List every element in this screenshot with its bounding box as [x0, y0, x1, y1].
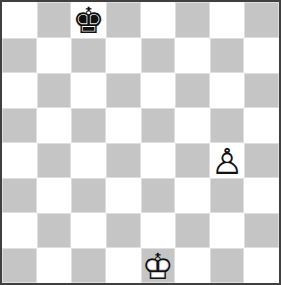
square-a3[interactable] [2, 178, 37, 213]
square-d6[interactable] [106, 73, 141, 108]
square-h8[interactable] [244, 2, 279, 38]
square-c6[interactable] [71, 73, 106, 108]
square-e2[interactable] [141, 213, 176, 248]
square-g7[interactable] [210, 38, 245, 73]
square-g5[interactable] [210, 108, 245, 143]
square-b1[interactable] [37, 248, 72, 283]
square-g1[interactable] [210, 248, 245, 283]
white-pawn-outline: ♙ [210, 144, 245, 179]
square-f1[interactable] [175, 248, 210, 283]
square-c8[interactable]: ♚ [71, 2, 106, 38]
square-d7[interactable] [106, 38, 141, 73]
square-b4[interactable] [37, 143, 72, 178]
square-f5[interactable] [175, 108, 210, 143]
square-f8[interactable] [175, 2, 210, 38]
white-pawn[interactable]: ♟♙ [210, 144, 245, 179]
square-c5[interactable] [71, 108, 106, 143]
square-g8[interactable] [210, 2, 245, 38]
square-e4[interactable] [141, 143, 176, 178]
square-b3[interactable] [37, 178, 72, 213]
square-f6[interactable] [175, 73, 210, 108]
square-a2[interactable] [2, 213, 37, 248]
square-b2[interactable] [37, 213, 72, 248]
square-a4[interactable] [2, 143, 37, 178]
square-f3[interactable] [175, 178, 210, 213]
square-e7[interactable] [141, 38, 176, 73]
square-g4[interactable]: ♟♙ [210, 143, 245, 178]
square-e1[interactable]: ♚♔ [141, 248, 176, 283]
square-h6[interactable] [244, 73, 279, 108]
square-e3[interactable] [141, 178, 176, 213]
black-king[interactable]: ♚ [71, 3, 106, 39]
chess-diagram: ♚♟♙♚♔ [0, 0, 281, 285]
square-d4[interactable] [106, 143, 141, 178]
square-c7[interactable] [71, 38, 106, 73]
square-b6[interactable] [37, 73, 72, 108]
square-d5[interactable] [106, 108, 141, 143]
square-d2[interactable] [106, 213, 141, 248]
square-c1[interactable] [71, 248, 106, 283]
square-a1[interactable] [2, 248, 37, 283]
square-g3[interactable] [210, 178, 245, 213]
square-c2[interactable] [71, 213, 106, 248]
square-b7[interactable] [37, 38, 72, 73]
square-h3[interactable] [244, 178, 279, 213]
square-g2[interactable] [210, 213, 245, 248]
square-e5[interactable] [141, 108, 176, 143]
square-h2[interactable] [244, 213, 279, 248]
square-e6[interactable] [141, 73, 176, 108]
square-d8[interactable] [106, 2, 141, 38]
square-h5[interactable] [244, 108, 279, 143]
square-c4[interactable] [71, 143, 106, 178]
square-d3[interactable] [106, 178, 141, 213]
square-e8[interactable] [141, 2, 176, 38]
square-a8[interactable] [2, 2, 37, 38]
square-a7[interactable] [2, 38, 37, 73]
white-king-outline: ♔ [141, 249, 176, 284]
square-g6[interactable] [210, 73, 245, 108]
square-d1[interactable] [106, 248, 141, 283]
square-a6[interactable] [2, 73, 37, 108]
square-f4[interactable] [175, 143, 210, 178]
square-b8[interactable] [37, 2, 72, 38]
square-f7[interactable] [175, 38, 210, 73]
square-h1[interactable] [244, 248, 279, 283]
square-f2[interactable] [175, 213, 210, 248]
square-a5[interactable] [2, 108, 37, 143]
square-c3[interactable] [71, 178, 106, 213]
square-b5[interactable] [37, 108, 72, 143]
chess-board: ♚♟♙♚♔ [0, 0, 281, 285]
white-king[interactable]: ♚♔ [141, 249, 176, 284]
square-h7[interactable] [244, 38, 279, 73]
square-h4[interactable] [244, 143, 279, 178]
